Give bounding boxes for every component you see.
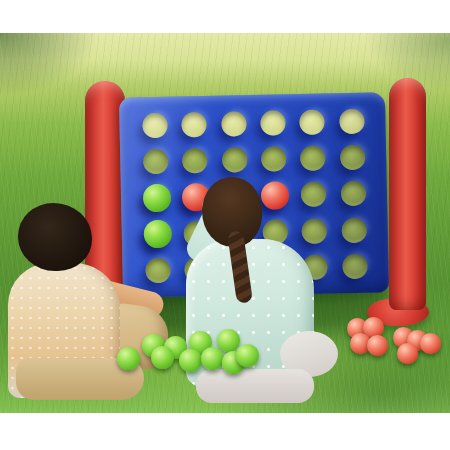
board-hole (142, 112, 168, 138)
red-loose-ball (367, 335, 388, 356)
board-hole (143, 149, 169, 175)
board-hole (300, 109, 326, 135)
board-hole (300, 146, 326, 172)
girl-pants (196, 369, 314, 403)
board-cell-r1c3 (214, 105, 254, 142)
red-loose-ball (420, 333, 441, 354)
green-loose-ball (201, 347, 224, 370)
board-hole (182, 148, 208, 174)
board-cell-r2c6 (333, 139, 373, 176)
right-inflatable-post (389, 78, 426, 310)
product-photo (0, 0, 450, 450)
board-cell-r1c6 (332, 103, 372, 140)
board-hole (221, 111, 247, 137)
lawn-scene (0, 33, 450, 413)
board-hole (339, 108, 365, 134)
red-loose-ball (397, 343, 418, 364)
green-loose-ball (236, 344, 259, 367)
green-loose-ball (179, 349, 202, 372)
board-hole (261, 146, 287, 172)
green-loose-ball (151, 346, 174, 369)
board-cell-r1c4 (253, 104, 293, 141)
board-cell-r1c2 (174, 106, 214, 143)
green-loose-ball (217, 329, 240, 352)
board-hole (182, 112, 208, 138)
green-loose-ball (117, 347, 140, 370)
board-cell-r2c5 (293, 140, 333, 177)
board-hole (340, 145, 366, 171)
boy-hair (18, 203, 92, 271)
board-cell-r1c1 (135, 107, 175, 144)
board-cell-r1c5 (292, 103, 332, 140)
board-hole (260, 110, 286, 136)
board-hole (222, 147, 248, 173)
